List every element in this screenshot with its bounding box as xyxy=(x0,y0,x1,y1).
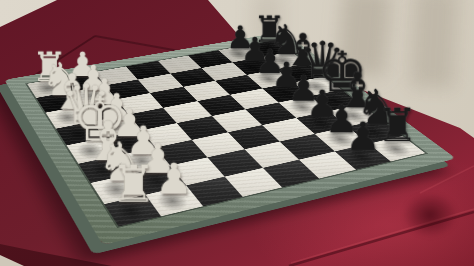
piece-white-pawn-h2[interactable]: ♟ xyxy=(152,158,196,200)
piece-white-rook-h1[interactable]: ♜ xyxy=(110,159,155,210)
chess-scene: ♜♞♝♛♚♝♞♜♟♟♟♟♟♟♟♟♟♟♟♟♟♟♟♟♜♞♝♛♚♝♞♜ xyxy=(0,0,474,266)
piece-black-pawn-h7[interactable]: ♟ xyxy=(342,117,383,156)
piece-reflection-on-table xyxy=(402,192,458,238)
